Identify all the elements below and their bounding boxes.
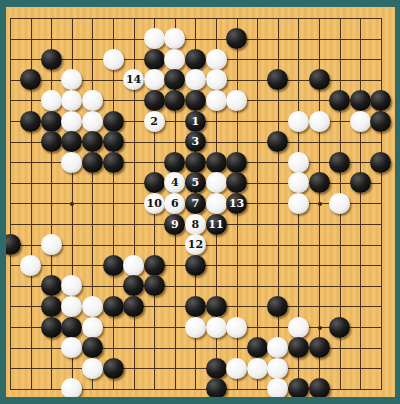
white-stone: [226, 358, 247, 379]
white-stone: [82, 296, 103, 317]
white-stone: [82, 358, 103, 379]
black-stone: [226, 152, 247, 173]
black-stone: [41, 296, 62, 317]
white-stone: [288, 317, 309, 338]
white-stone: [206, 90, 227, 111]
black-stone: [41, 131, 62, 152]
star-point: [318, 202, 322, 206]
white-stone: [164, 49, 185, 70]
white-stone: [329, 193, 350, 214]
black-stone: [309, 172, 330, 193]
white-stone: [82, 317, 103, 338]
numbered-stone-2: 2: [144, 111, 165, 132]
black-stone: [103, 152, 124, 173]
black-stone: [144, 49, 165, 70]
black-stone: [329, 90, 350, 111]
white-stone: [267, 358, 288, 379]
white-stone: [82, 90, 103, 111]
black-stone: [370, 111, 391, 132]
black-stone: [20, 111, 41, 132]
black-stone: [41, 317, 62, 338]
white-stone: [206, 172, 227, 193]
black-stone: [61, 317, 82, 338]
white-stone: [350, 111, 371, 132]
white-stone: [20, 255, 41, 276]
grid-line-vertical: [381, 18, 382, 390]
numbered-stone-8: 8: [185, 214, 206, 235]
black-stone: [144, 172, 165, 193]
black-stone: [103, 131, 124, 152]
frame-top: [0, 0, 400, 7]
numbered-stone-1: 1: [185, 111, 206, 132]
black-stone: [288, 337, 309, 358]
white-stone: [206, 317, 227, 338]
black-stone: [309, 337, 330, 358]
white-stone: [288, 152, 309, 173]
grid-line-horizontal: [10, 368, 382, 369]
black-stone: [103, 255, 124, 276]
white-stone: [288, 111, 309, 132]
white-stone: [82, 111, 103, 132]
numbered-stone-11: 11: [206, 214, 227, 235]
numbered-stone-9: 9: [164, 214, 185, 235]
black-stone: [185, 49, 206, 70]
white-stone: [247, 358, 268, 379]
black-stone: [309, 69, 330, 90]
numbered-stone-12: 12: [185, 234, 206, 255]
black-stone: [329, 152, 350, 173]
white-stone: [103, 49, 124, 70]
numbered-stone-13: 13: [226, 193, 247, 214]
black-stone: [82, 131, 103, 152]
black-stone: [41, 111, 62, 132]
black-stone: [329, 317, 350, 338]
white-stone: [41, 234, 62, 255]
numbered-stone-7: 7: [185, 193, 206, 214]
black-stone: [370, 152, 391, 173]
frame-right: [395, 0, 400, 404]
frame-bottom: [0, 397, 400, 404]
black-stone: [41, 49, 62, 70]
black-stone: [144, 275, 165, 296]
black-stone: [164, 152, 185, 173]
black-stone: [103, 111, 124, 132]
white-stone: [206, 193, 227, 214]
frame-left: [0, 0, 6, 404]
white-stone: [123, 255, 144, 276]
black-stone: [41, 275, 62, 296]
black-stone: [82, 337, 103, 358]
black-stone: [82, 152, 103, 173]
grid-line-vertical: [360, 18, 361, 390]
black-stone: [144, 90, 165, 111]
black-stone: [350, 172, 371, 193]
white-stone: [206, 49, 227, 70]
white-stone: [61, 111, 82, 132]
numbered-stone-10: 10: [144, 193, 165, 214]
black-stone: [247, 337, 268, 358]
white-stone: [41, 90, 62, 111]
white-stone: [288, 193, 309, 214]
black-stone: [185, 296, 206, 317]
black-stone: [123, 296, 144, 317]
white-stone: [144, 69, 165, 90]
black-stone: [103, 358, 124, 379]
white-stone: [206, 69, 227, 90]
black-stone: [185, 255, 206, 276]
white-stone: [144, 28, 165, 49]
black-stone: [185, 90, 206, 111]
white-stone: [226, 317, 247, 338]
black-stone: [144, 255, 165, 276]
white-stone: [226, 90, 247, 111]
black-stone: [350, 90, 371, 111]
white-stone: [309, 111, 330, 132]
black-stone: [206, 358, 227, 379]
white-stone: [185, 317, 206, 338]
black-stone: [185, 152, 206, 173]
star-point: [318, 326, 322, 330]
black-stone: [206, 296, 227, 317]
black-stone: [103, 296, 124, 317]
white-stone: [61, 152, 82, 173]
numbered-stone-3: 3: [185, 131, 206, 152]
black-stone: [206, 152, 227, 173]
grid-line-vertical: [257, 18, 258, 390]
